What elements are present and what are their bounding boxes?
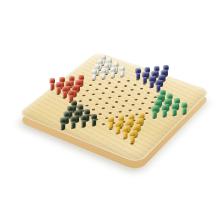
peg-dark-green[interactable] xyxy=(79,115,86,128)
peg-white[interactable] xyxy=(90,69,97,81)
hole[interactable] xyxy=(127,94,131,96)
hole[interactable] xyxy=(101,123,105,125)
peg-green[interactable] xyxy=(180,102,187,114)
hole[interactable] xyxy=(111,106,115,108)
hole[interactable] xyxy=(130,89,134,91)
hole[interactable] xyxy=(91,94,94,96)
peg-yellow[interactable] xyxy=(106,117,113,130)
hole[interactable] xyxy=(145,113,149,115)
hole[interactable] xyxy=(146,92,150,94)
peg-navy-blue[interactable] xyxy=(141,72,148,84)
hole[interactable] xyxy=(98,83,101,85)
hole[interactable] xyxy=(118,111,122,113)
hole[interactable] xyxy=(121,105,125,107)
hole[interactable] xyxy=(108,97,112,99)
peg-green[interactable] xyxy=(170,103,177,115)
hole[interactable] xyxy=(78,100,81,102)
peg-dark-green[interactable] xyxy=(69,116,76,129)
hole[interactable] xyxy=(123,85,126,87)
peg-yellow[interactable] xyxy=(113,121,120,134)
hole[interactable] xyxy=(107,82,110,84)
peg-yellow[interactable] xyxy=(128,131,136,144)
peg-navy-blue[interactable] xyxy=(147,76,154,88)
hole[interactable] xyxy=(98,98,102,100)
peg-navy-blue[interactable] xyxy=(134,68,141,80)
hole[interactable] xyxy=(120,90,124,92)
hole[interactable] xyxy=(126,80,129,82)
photo-stage xyxy=(0,0,220,220)
hole[interactable] xyxy=(117,95,121,97)
hole[interactable] xyxy=(134,98,138,100)
hole[interactable] xyxy=(101,107,105,109)
hole[interactable] xyxy=(104,102,108,104)
peg-white[interactable] xyxy=(118,66,125,77)
hole[interactable] xyxy=(88,84,91,86)
hole[interactable] xyxy=(85,104,89,106)
peg-green[interactable] xyxy=(150,106,157,118)
hole[interactable] xyxy=(138,108,142,110)
hole[interactable] xyxy=(98,113,102,115)
hole[interactable] xyxy=(104,87,107,89)
hole[interactable] xyxy=(95,103,99,105)
hole[interactable] xyxy=(111,91,114,93)
peg-white[interactable] xyxy=(109,67,116,78)
hole[interactable] xyxy=(117,81,120,83)
hole[interactable] xyxy=(101,92,104,94)
chinese-checkers-board xyxy=(17,51,211,163)
peg-white[interactable] xyxy=(99,68,106,80)
hole[interactable] xyxy=(141,103,145,105)
star-grid xyxy=(37,58,204,154)
hole[interactable] xyxy=(131,104,135,106)
hole[interactable] xyxy=(133,84,136,86)
hole[interactable] xyxy=(114,101,118,103)
hole[interactable] xyxy=(128,109,132,111)
hole[interactable] xyxy=(82,95,85,97)
hole[interactable] xyxy=(88,99,91,101)
hole[interactable] xyxy=(143,97,147,99)
hole[interactable] xyxy=(108,112,112,114)
peg-yellow[interactable] xyxy=(120,126,127,139)
hole[interactable] xyxy=(85,89,88,91)
hole[interactable] xyxy=(91,109,95,111)
hole[interactable] xyxy=(124,100,128,102)
hole[interactable] xyxy=(114,86,117,88)
hole[interactable] xyxy=(139,88,143,90)
peg-green[interactable] xyxy=(160,105,167,117)
hole[interactable] xyxy=(137,93,141,95)
hole[interactable] xyxy=(95,88,98,90)
peg-dark-green[interactable] xyxy=(89,113,96,126)
peg-dark-green[interactable] xyxy=(58,117,65,130)
